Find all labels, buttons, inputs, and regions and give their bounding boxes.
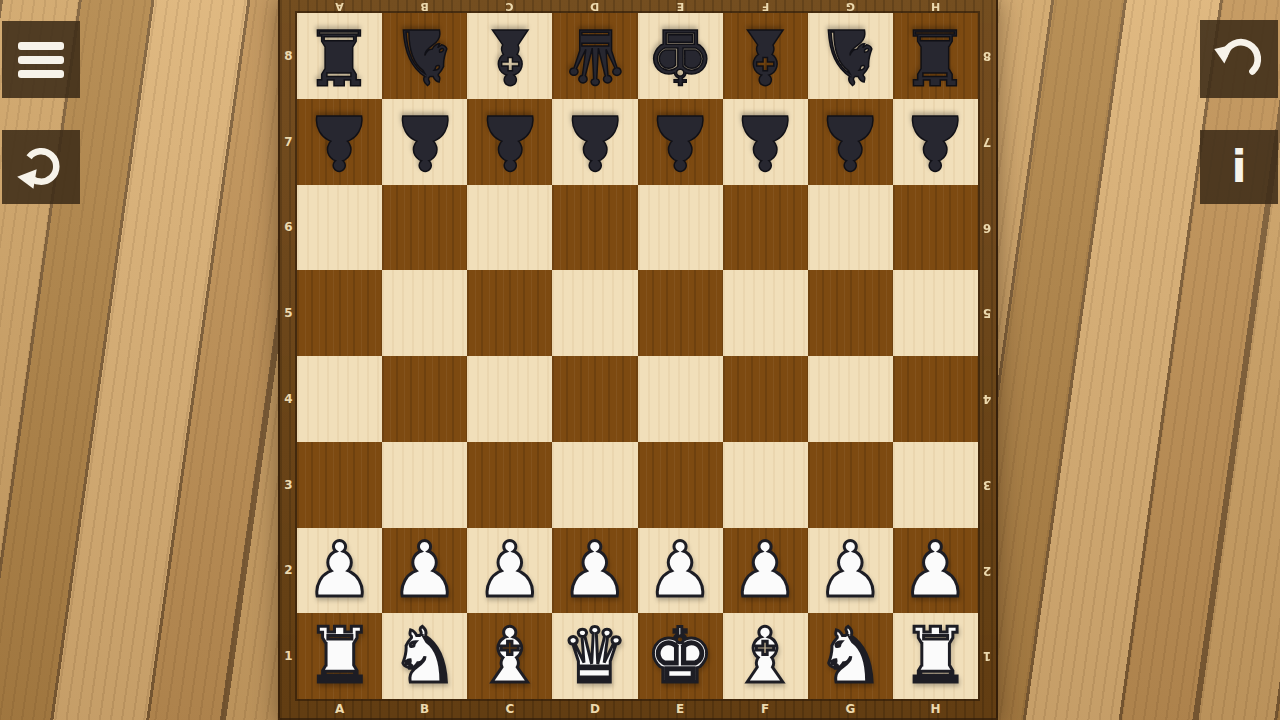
rank-label: 3 [280, 442, 297, 528]
piece-white-bishop: ♝ [476, 618, 544, 694]
piece-white-queen: ♛ [561, 618, 629, 694]
square-g4[interactable] [808, 356, 893, 442]
chess-app: { "game": "chess", "position": "rnbqkbnr… [0, 0, 1280, 720]
piece-white-king: ♚ [646, 618, 714, 694]
square-e2[interactable]: ♟ [638, 528, 723, 614]
square-d6[interactable] [552, 185, 637, 271]
square-h8[interactable]: ♜ [893, 13, 978, 99]
piece-white-knight: ♞ [816, 618, 884, 694]
file-label: C [467, 699, 552, 719]
square-b2[interactable]: ♟ [382, 528, 467, 614]
rank-label: 8 [280, 13, 297, 99]
square-g8[interactable]: ♞ [808, 13, 893, 99]
square-e6[interactable] [638, 185, 723, 271]
piece-white-rook: ♜ [901, 618, 969, 694]
square-c5[interactable] [467, 270, 552, 356]
piece-black-knight: ♞ [391, 18, 459, 94]
square-d4[interactable] [552, 356, 637, 442]
rank-label: 4 [280, 356, 297, 442]
piece-black-rook: ♜ [305, 18, 373, 94]
file-label: E [638, 699, 723, 719]
square-e8[interactable]: ♚ [638, 13, 723, 99]
piece-white-pawn: ♟ [731, 532, 799, 608]
rank-label: 3 [978, 442, 996, 528]
square-f8[interactable]: ♝ [723, 13, 808, 99]
square-f2[interactable]: ♟ [723, 528, 808, 614]
piece-white-pawn: ♟ [646, 532, 714, 608]
rank-label: 5 [978, 270, 996, 356]
square-h4[interactable] [893, 356, 978, 442]
square-d3[interactable] [552, 442, 637, 528]
square-f3[interactable] [723, 442, 808, 528]
square-d1[interactable]: ♛ [552, 613, 637, 699]
rank-label: 4 [978, 356, 996, 442]
rotate-icon [15, 141, 67, 193]
square-h7[interactable]: ♟ [893, 99, 978, 185]
rotate-board-button[interactable] [2, 130, 80, 204]
square-c3[interactable] [467, 442, 552, 528]
square-g2[interactable]: ♟ [808, 528, 893, 614]
square-e1[interactable]: ♚ [638, 613, 723, 699]
piece-white-pawn: ♟ [816, 532, 884, 608]
square-a3[interactable] [297, 442, 382, 528]
square-e7[interactable]: ♟ [638, 99, 723, 185]
square-d7[interactable]: ♟ [552, 99, 637, 185]
file-labels-bottom: ABCDEFGH [297, 699, 978, 719]
square-a4[interactable] [297, 356, 382, 442]
square-c8[interactable]: ♝ [467, 13, 552, 99]
piece-black-pawn: ♟ [561, 104, 629, 180]
rank-label: 1 [978, 613, 996, 699]
square-h2[interactable]: ♟ [893, 528, 978, 614]
square-f4[interactable] [723, 356, 808, 442]
square-e3[interactable] [638, 442, 723, 528]
piece-white-pawn: ♟ [476, 532, 544, 608]
square-f5[interactable] [723, 270, 808, 356]
square-g5[interactable] [808, 270, 893, 356]
rank-labels-left: 87654321 [280, 13, 297, 699]
piece-black-king: ♚ [646, 18, 714, 94]
piece-black-rook: ♜ [901, 18, 969, 94]
square-c6[interactable] [467, 185, 552, 271]
piece-black-pawn: ♟ [816, 104, 884, 180]
rank-label: 5 [280, 270, 297, 356]
square-f7[interactable]: ♟ [723, 99, 808, 185]
rank-label: 6 [280, 185, 297, 271]
square-g3[interactable] [808, 442, 893, 528]
square-h6[interactable] [893, 185, 978, 271]
rank-label: 6 [978, 185, 996, 271]
square-a6[interactable] [297, 185, 382, 271]
square-a5[interactable] [297, 270, 382, 356]
square-h5[interactable] [893, 270, 978, 356]
info-button[interactable]: i [1200, 130, 1278, 204]
square-a7[interactable]: ♟ [297, 99, 382, 185]
piece-white-rook: ♜ [305, 618, 373, 694]
square-b6[interactable] [382, 185, 467, 271]
piece-white-pawn: ♟ [305, 532, 373, 608]
piece-white-pawn: ♟ [901, 532, 969, 608]
square-b4[interactable] [382, 356, 467, 442]
square-d8[interactable]: ♛ [552, 13, 637, 99]
piece-white-knight: ♞ [391, 618, 459, 694]
square-a2[interactable]: ♟ [297, 528, 382, 614]
board-squares: ♜♞♝♛♚♝♞♜♟♟♟♟♟♟♟♟♟♟♟♟♟♟♟♟♜♞♝♛♚♝♞♜ [297, 13, 978, 699]
square-b5[interactable] [382, 270, 467, 356]
square-d5[interactable] [552, 270, 637, 356]
square-b3[interactable] [382, 442, 467, 528]
square-g6[interactable] [808, 185, 893, 271]
rank-label: 7 [280, 99, 297, 185]
info-icon: i [1231, 145, 1246, 189]
file-label: F [723, 699, 808, 719]
rank-label: 1 [280, 613, 297, 699]
square-b8[interactable]: ♞ [382, 13, 467, 99]
file-label: D [552, 699, 637, 719]
hamburger-icon [18, 42, 64, 78]
piece-black-pawn: ♟ [901, 104, 969, 180]
file-label: B [382, 699, 467, 719]
piece-white-pawn: ♟ [391, 532, 459, 608]
square-f1[interactable]: ♝ [723, 613, 808, 699]
rank-label: 2 [280, 528, 297, 614]
file-label: A [297, 699, 382, 719]
square-g7[interactable]: ♟ [808, 99, 893, 185]
square-h1[interactable]: ♜ [893, 613, 978, 699]
piece-black-pawn: ♟ [305, 104, 373, 180]
piece-black-queen: ♛ [561, 18, 629, 94]
piece-black-bishop: ♝ [476, 18, 544, 94]
square-f6[interactable] [723, 185, 808, 271]
undo-button[interactable] [1200, 20, 1278, 98]
square-c2[interactable]: ♟ [467, 528, 552, 614]
rank-label: 7 [978, 99, 996, 185]
menu-button[interactable] [2, 21, 80, 98]
square-g1[interactable]: ♞ [808, 613, 893, 699]
chess-board: ABCDEFGH ABCDEFGH 87654321 87654321 ♜♞♝♛… [278, 0, 998, 720]
rank-label: 8 [978, 13, 996, 99]
square-e4[interactable] [638, 356, 723, 442]
piece-white-pawn: ♟ [561, 532, 629, 608]
square-a1[interactable]: ♜ [297, 613, 382, 699]
square-e5[interactable] [638, 270, 723, 356]
square-c7[interactable]: ♟ [467, 99, 552, 185]
square-c1[interactable]: ♝ [467, 613, 552, 699]
rank-label: 2 [978, 528, 996, 614]
undo-icon [1212, 32, 1266, 86]
file-label: H [893, 699, 978, 719]
piece-black-bishop: ♝ [731, 18, 799, 94]
square-d2[interactable]: ♟ [552, 528, 637, 614]
file-label: G [808, 699, 893, 719]
piece-black-pawn: ♟ [646, 104, 714, 180]
piece-white-bishop: ♝ [731, 618, 799, 694]
square-c4[interactable] [467, 356, 552, 442]
square-b1[interactable]: ♞ [382, 613, 467, 699]
piece-black-knight: ♞ [816, 18, 884, 94]
piece-black-pawn: ♟ [476, 104, 544, 180]
square-a8[interactable]: ♜ [297, 13, 382, 99]
square-h3[interactable] [893, 442, 978, 528]
square-b7[interactable]: ♟ [382, 99, 467, 185]
piece-black-pawn: ♟ [731, 104, 799, 180]
rank-labels-right: 87654321 [978, 13, 996, 699]
piece-black-pawn: ♟ [391, 104, 459, 180]
